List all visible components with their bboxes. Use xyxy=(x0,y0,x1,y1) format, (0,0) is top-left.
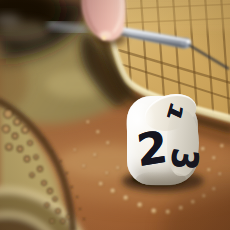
die[interactable]: 1 2 3 xyxy=(127,96,198,185)
die-numeral-right: 3 xyxy=(165,147,203,172)
dice-photo-scene: 1 2 3 xyxy=(0,0,230,230)
